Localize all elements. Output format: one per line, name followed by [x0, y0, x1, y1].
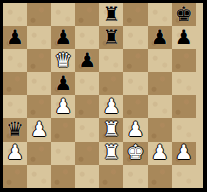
square-c7[interactable]: ♟ — [51, 26, 75, 49]
square-f8[interactable] — [123, 3, 147, 26]
white-pawn-e4[interactable]: ♟ — [102, 96, 120, 116]
square-d8[interactable] — [75, 3, 99, 26]
square-a3[interactable]: ♛ — [3, 118, 27, 141]
square-f3[interactable]: ♟ — [123, 118, 147, 141]
square-f2[interactable]: ♚ — [123, 142, 147, 165]
white-pawn-b3[interactable]: ♟ — [30, 119, 48, 139]
square-g1[interactable] — [148, 165, 172, 188]
square-g2[interactable]: ♟ — [148, 142, 172, 165]
square-d7[interactable] — [75, 26, 99, 49]
square-b8[interactable] — [27, 3, 51, 26]
square-d6[interactable]: ♟ — [75, 49, 99, 72]
square-h7[interactable]: ♟ — [172, 26, 196, 49]
chess-diagram: ♜♚♟♟♜♟♟♛♟♟♟♟♛♟♜♟♟♜♚♟♟ — [0, 0, 207, 192]
square-d3[interactable] — [75, 118, 99, 141]
black-king-h8[interactable]: ♚ — [175, 4, 193, 24]
square-f7[interactable] — [123, 26, 147, 49]
square-h1[interactable] — [172, 165, 196, 188]
square-d2[interactable] — [75, 142, 99, 165]
square-e7[interactable]: ♜ — [99, 26, 123, 49]
square-a5[interactable] — [3, 72, 27, 95]
square-g4[interactable] — [148, 95, 172, 118]
black-rook-e8[interactable]: ♜ — [102, 4, 120, 24]
square-c1[interactable] — [51, 165, 75, 188]
square-h6[interactable] — [172, 49, 196, 72]
square-a7[interactable]: ♟ — [3, 26, 27, 49]
white-pawn-f3[interactable]: ♟ — [127, 119, 145, 139]
square-g7[interactable]: ♟ — [148, 26, 172, 49]
white-queen-c6[interactable]: ♛ — [54, 50, 72, 70]
square-e3[interactable]: ♜ — [99, 118, 123, 141]
chess-board: ♜♚♟♟♜♟♟♛♟♟♟♟♛♟♜♟♟♜♚♟♟ — [3, 3, 196, 188]
square-f6[interactable] — [123, 49, 147, 72]
square-d5[interactable] — [75, 72, 99, 95]
black-queen-a3[interactable]: ♛ — [6, 119, 24, 139]
square-b3[interactable]: ♟ — [27, 118, 51, 141]
square-e5[interactable] — [99, 72, 123, 95]
square-f4[interactable] — [123, 95, 147, 118]
square-a1[interactable] — [3, 165, 27, 188]
square-c5[interactable]: ♟ — [51, 72, 75, 95]
square-e2[interactable]: ♜ — [99, 142, 123, 165]
square-h5[interactable] — [172, 72, 196, 95]
square-d1[interactable] — [75, 165, 99, 188]
square-a4[interactable] — [3, 95, 27, 118]
square-e4[interactable]: ♟ — [99, 95, 123, 118]
square-g3[interactable] — [148, 118, 172, 141]
square-a8[interactable] — [3, 3, 27, 26]
square-h8[interactable]: ♚ — [172, 3, 196, 26]
square-h2[interactable]: ♟ — [172, 142, 196, 165]
square-h4[interactable] — [172, 95, 196, 118]
white-pawn-a2[interactable]: ♟ — [6, 142, 24, 162]
white-pawn-g2[interactable]: ♟ — [151, 142, 169, 162]
square-b1[interactable] — [27, 165, 51, 188]
square-f1[interactable] — [123, 165, 147, 188]
square-b4[interactable] — [27, 95, 51, 118]
white-rook-e2[interactable]: ♜ — [102, 142, 120, 162]
square-b7[interactable] — [27, 26, 51, 49]
square-a6[interactable] — [3, 49, 27, 72]
square-g5[interactable] — [148, 72, 172, 95]
square-c4[interactable]: ♟ — [51, 95, 75, 118]
board-right-margin — [196, 3, 203, 188]
white-pawn-h2[interactable]: ♟ — [175, 142, 193, 162]
square-c8[interactable] — [51, 3, 75, 26]
black-rook-e7[interactable]: ♜ — [102, 27, 120, 47]
square-g8[interactable] — [148, 3, 172, 26]
square-e6[interactable] — [99, 49, 123, 72]
square-b2[interactable] — [27, 142, 51, 165]
black-pawn-g7[interactable]: ♟ — [151, 27, 169, 47]
square-f5[interactable] — [123, 72, 147, 95]
square-b6[interactable] — [27, 49, 51, 72]
square-h3[interactable] — [172, 118, 196, 141]
square-g6[interactable] — [148, 49, 172, 72]
white-rook-e3[interactable]: ♜ — [102, 119, 120, 139]
square-c6[interactable]: ♛ — [51, 49, 75, 72]
square-e1[interactable] — [99, 165, 123, 188]
square-d4[interactable] — [75, 95, 99, 118]
black-pawn-c5[interactable]: ♟ — [54, 73, 72, 93]
white-king-f2[interactable]: ♚ — [127, 142, 145, 162]
square-e8[interactable]: ♜ — [99, 3, 123, 26]
square-c2[interactable] — [51, 142, 75, 165]
black-pawn-a7[interactable]: ♟ — [6, 27, 24, 47]
square-a2[interactable]: ♟ — [3, 142, 27, 165]
black-pawn-d6[interactable]: ♟ — [78, 50, 96, 70]
black-pawn-h7[interactable]: ♟ — [175, 27, 193, 47]
square-c3[interactable] — [51, 118, 75, 141]
square-b5[interactable] — [27, 72, 51, 95]
white-pawn-c4[interactable]: ♟ — [54, 96, 72, 116]
black-pawn-c7[interactable]: ♟ — [54, 27, 72, 47]
